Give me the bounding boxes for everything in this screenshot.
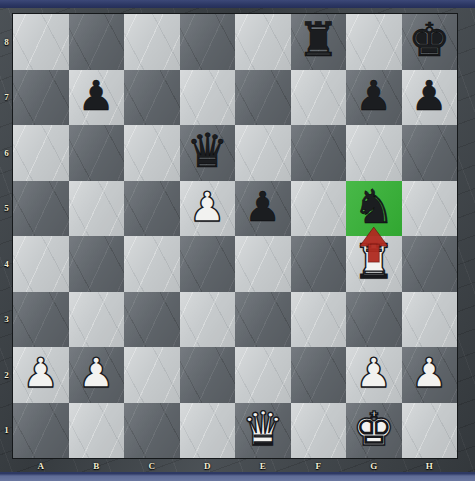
black-knight-piece: ♞ [353,183,395,230]
square-d7[interactable] [180,70,236,126]
square-f2[interactable] [291,347,347,403]
square-e5[interactable]: ♟ [235,181,291,237]
rank-label-3: 3 [0,292,13,348]
square-h5[interactable] [402,181,458,237]
square-d6[interactable]: ♛ [180,125,236,181]
white-pawn-piece: ♟ [22,353,59,394]
square-e7[interactable] [235,70,291,126]
square-h4[interactable] [402,236,458,292]
file-label-h: H [402,458,458,473]
square-b7[interactable]: ♟ [69,70,125,126]
square-b6[interactable] [69,125,125,181]
square-e4[interactable] [235,236,291,292]
square-b8[interactable] [69,14,125,70]
square-a3[interactable] [13,292,69,348]
square-h1[interactable] [402,403,458,459]
file-label-g: G [346,458,402,473]
file-label-d: D [180,458,236,473]
white-pawn-piece: ♟ [411,353,448,394]
square-a8[interactable] [13,14,69,70]
white-pawn-piece: ♟ [355,353,392,394]
black-pawn-piece: ♟ [244,187,281,228]
window-bottom-blue-bar [0,472,475,481]
square-e3[interactable] [235,292,291,348]
square-e6[interactable] [235,125,291,181]
square-f4[interactable] [291,236,347,292]
square-b1[interactable] [69,403,125,459]
square-g3[interactable] [346,292,402,348]
file-label-c: C [124,458,180,473]
square-g4[interactable]: ♜ [346,236,402,292]
square-c7[interactable] [124,70,180,126]
white-queen-piece: ♛ [242,405,284,452]
black-pawn-piece: ♟ [411,76,448,117]
file-label-a: A [13,458,69,473]
black-queen-piece: ♛ [186,127,228,174]
chess-board: ♜♚♟♟♟♛♟♟♞♜♟♟♟♟♛♚ [13,14,457,458]
square-f7[interactable] [291,70,347,126]
square-a1[interactable] [13,403,69,459]
square-e2[interactable] [235,347,291,403]
square-a6[interactable] [13,125,69,181]
rank-label-8: 8 [0,14,13,70]
square-b5[interactable] [69,181,125,237]
white-rook-piece: ♜ [353,238,395,285]
square-g5[interactable]: ♞ [346,181,402,237]
square-c6[interactable] [124,125,180,181]
square-c3[interactable] [124,292,180,348]
square-d3[interactable] [180,292,236,348]
square-f1[interactable] [291,403,347,459]
square-d2[interactable] [180,347,236,403]
square-b3[interactable] [69,292,125,348]
white-pawn-piece: ♟ [78,353,115,394]
file-label-e: E [235,458,291,473]
window-top-blue-bar [0,0,475,8]
square-h8[interactable]: ♚ [402,14,458,70]
square-a5[interactable] [13,181,69,237]
square-c1[interactable] [124,403,180,459]
square-c8[interactable] [124,14,180,70]
square-h6[interactable] [402,125,458,181]
square-d1[interactable] [180,403,236,459]
square-d5[interactable]: ♟ [180,181,236,237]
square-g1[interactable]: ♚ [346,403,402,459]
square-e1[interactable]: ♛ [235,403,291,459]
square-f6[interactable] [291,125,347,181]
rank-label-1: 1 [0,403,13,459]
square-b4[interactable] [69,236,125,292]
square-c4[interactable] [124,236,180,292]
chess-app-window: ♜♚♟♟♟♛♟♟♞♜♟♟♟♟♛♚ 87654321ABCDEFGH [0,0,475,481]
black-rook-piece: ♜ [297,16,339,63]
square-b2[interactable]: ♟ [69,347,125,403]
file-label-b: B [69,458,125,473]
square-a2[interactable]: ♟ [13,347,69,403]
square-a7[interactable] [13,70,69,126]
white-pawn-piece: ♟ [189,187,226,228]
rank-label-6: 6 [0,125,13,181]
square-g6[interactable] [346,125,402,181]
square-c2[interactable] [124,347,180,403]
square-f3[interactable] [291,292,347,348]
white-king-piece: ♚ [353,405,395,452]
square-h2[interactable]: ♟ [402,347,458,403]
black-pawn-piece: ♟ [355,76,392,117]
square-f5[interactable] [291,181,347,237]
file-label-f: F [291,458,347,473]
square-h3[interactable] [402,292,458,348]
square-h7[interactable]: ♟ [402,70,458,126]
square-f8[interactable]: ♜ [291,14,347,70]
square-g7[interactable]: ♟ [346,70,402,126]
black-pawn-piece: ♟ [78,76,115,117]
square-c5[interactable] [124,181,180,237]
square-g8[interactable] [346,14,402,70]
black-king-piece: ♚ [408,16,450,63]
square-e8[interactable] [235,14,291,70]
square-a4[interactable] [13,236,69,292]
square-d8[interactable] [180,14,236,70]
rank-label-4: 4 [0,236,13,292]
square-d4[interactable] [180,236,236,292]
rank-label-7: 7 [0,70,13,126]
square-g2[interactable]: ♟ [346,347,402,403]
rank-label-2: 2 [0,347,13,403]
rank-label-5: 5 [0,181,13,237]
